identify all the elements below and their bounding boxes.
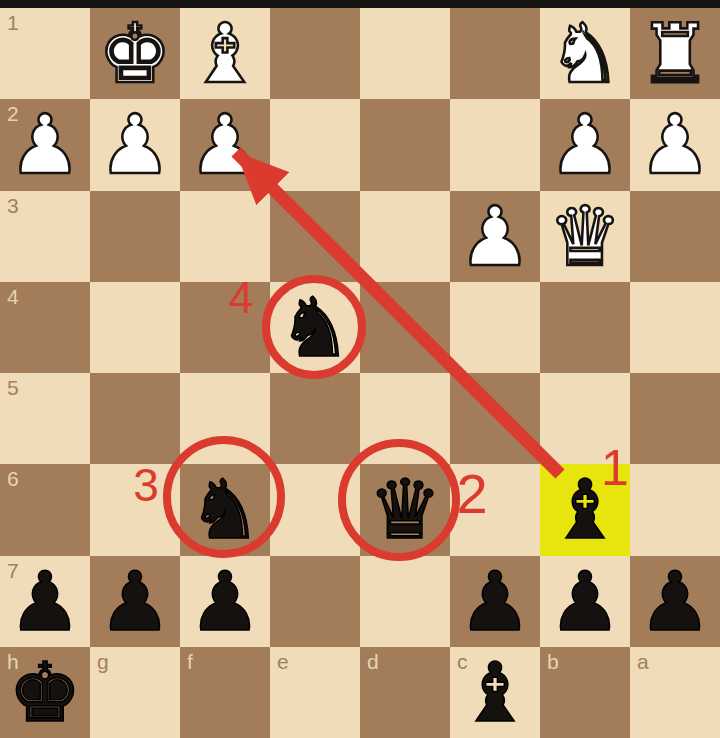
square-c5[interactable] [450, 373, 540, 464]
square-b4[interactable] [540, 282, 630, 373]
black-bishop-b6[interactable]: ♝ [548, 464, 622, 555]
square-e8[interactable]: e [270, 647, 360, 738]
square-g1[interactable]: ♚ [90, 8, 180, 99]
square-b8[interactable]: b [540, 647, 630, 738]
square-b3[interactable]: ♛ [540, 191, 630, 282]
square-b5[interactable] [540, 373, 630, 464]
square-g2[interactable]: ♟ [90, 99, 180, 190]
square-c8[interactable]: c♝ [450, 647, 540, 738]
rank-label-6: 6 [7, 468, 19, 489]
black-pawn-c7[interactable]: ♟ [458, 556, 532, 647]
black-pawn-g7[interactable]: ♟ [98, 556, 172, 647]
square-g8[interactable]: g [90, 647, 180, 738]
square-h4[interactable]: 4 [0, 282, 90, 373]
black-pawn-h7[interactable]: ♟ [8, 556, 82, 647]
square-f1[interactable]: ♝ [180, 8, 270, 99]
square-e6[interactable] [270, 464, 360, 555]
square-d8[interactable]: d [360, 647, 450, 738]
black-pawn-b7[interactable]: ♟ [548, 556, 622, 647]
file-label-b: b [547, 651, 559, 672]
square-a1[interactable]: ♜ [630, 8, 720, 99]
square-g3[interactable] [90, 191, 180, 282]
square-d6[interactable]: ♛ [360, 464, 450, 555]
file-label-a: a [637, 651, 649, 672]
white-bishop-f1[interactable]: ♝ [188, 8, 262, 99]
black-knight-f6[interactable]: ♞ [188, 464, 262, 555]
square-e3[interactable] [270, 191, 360, 282]
square-a6[interactable] [630, 464, 720, 555]
square-d5[interactable] [360, 373, 450, 464]
square-b1[interactable]: ♞ [540, 8, 630, 99]
black-pawn-f7[interactable]: ♟ [188, 556, 262, 647]
square-h6[interactable]: 6 [0, 464, 90, 555]
square-f4[interactable] [180, 282, 270, 373]
square-a8[interactable]: a [630, 647, 720, 738]
white-knight-b1[interactable]: ♞ [548, 8, 622, 99]
square-e5[interactable] [270, 373, 360, 464]
file-label-d: d [367, 651, 379, 672]
square-g5[interactable] [90, 373, 180, 464]
square-h2[interactable]: 2♟ [0, 99, 90, 190]
square-c4[interactable] [450, 282, 540, 373]
square-c1[interactable] [450, 8, 540, 99]
black-king-h8[interactable]: ♚ [8, 647, 82, 738]
square-f5[interactable] [180, 373, 270, 464]
square-b7[interactable]: ♟ [540, 556, 630, 647]
square-e4[interactable]: ♞ [270, 282, 360, 373]
square-h7[interactable]: 7♟ [0, 556, 90, 647]
square-h8[interactable]: h♚ [0, 647, 90, 738]
square-b6[interactable]: ♝ [540, 464, 630, 555]
square-d2[interactable] [360, 99, 450, 190]
white-pawn-f2[interactable]: ♟ [188, 99, 262, 190]
square-c3[interactable]: ♟ [450, 191, 540, 282]
chess-board[interactable]: 1♚♝♞♜2♟♟♟♟♟3♟♛4♞56♞♛♝7♟♟♟♟♟♟h♚gfedc♝ba [0, 8, 720, 738]
square-a5[interactable] [630, 373, 720, 464]
square-b2[interactable]: ♟ [540, 99, 630, 190]
black-knight-e4[interactable]: ♞ [278, 282, 352, 373]
square-f7[interactable]: ♟ [180, 556, 270, 647]
black-bishop-c8[interactable]: ♝ [458, 647, 532, 738]
square-a3[interactable] [630, 191, 720, 282]
square-h5[interactable]: 5 [0, 373, 90, 464]
white-king-g1[interactable]: ♚ [98, 8, 172, 99]
square-d3[interactable] [360, 191, 450, 282]
rank-label-1: 1 [7, 12, 19, 33]
rank-label-4: 4 [7, 286, 19, 307]
white-pawn-h2[interactable]: ♟ [8, 99, 82, 190]
square-f8[interactable]: f [180, 647, 270, 738]
rank-label-3: 3 [7, 195, 19, 216]
square-f3[interactable] [180, 191, 270, 282]
square-e2[interactable] [270, 99, 360, 190]
white-rook-a1[interactable]: ♜ [638, 8, 712, 99]
file-label-e: e [277, 651, 289, 672]
square-c7[interactable]: ♟ [450, 556, 540, 647]
square-f2[interactable]: ♟ [180, 99, 270, 190]
black-queen-d6[interactable]: ♛ [368, 464, 442, 555]
square-g6[interactable] [90, 464, 180, 555]
white-pawn-a2[interactable]: ♟ [638, 99, 712, 190]
file-label-f: f [187, 651, 193, 672]
white-pawn-g2[interactable]: ♟ [98, 99, 172, 190]
square-a4[interactable] [630, 282, 720, 373]
square-c2[interactable] [450, 99, 540, 190]
white-pawn-c3[interactable]: ♟ [458, 191, 532, 282]
square-g7[interactable]: ♟ [90, 556, 180, 647]
square-a2[interactable]: ♟ [630, 99, 720, 190]
square-h3[interactable]: 3 [0, 191, 90, 282]
square-d4[interactable] [360, 282, 450, 373]
square-e1[interactable] [270, 8, 360, 99]
black-pawn-a7[interactable]: ♟ [638, 556, 712, 647]
square-g4[interactable] [90, 282, 180, 373]
square-a7[interactable]: ♟ [630, 556, 720, 647]
white-pawn-b2[interactable]: ♟ [548, 99, 622, 190]
square-e7[interactable] [270, 556, 360, 647]
square-f6[interactable]: ♞ [180, 464, 270, 555]
square-c6[interactable] [450, 464, 540, 555]
rank-label-5: 5 [7, 377, 19, 398]
square-h1[interactable]: 1 [0, 8, 90, 99]
chess-app-screen: 1♚♝♞♜2♟♟♟♟♟3♟♛4♞56♞♛♝7♟♟♟♟♟♟h♚gfedc♝ba 1… [0, 0, 720, 738]
file-label-g: g [97, 651, 109, 672]
white-queen-b3[interactable]: ♛ [548, 191, 622, 282]
square-d1[interactable] [360, 8, 450, 99]
square-d7[interactable] [360, 556, 450, 647]
